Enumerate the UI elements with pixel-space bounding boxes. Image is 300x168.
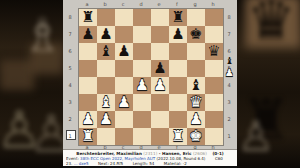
white-rook: ♜ xyxy=(169,128,187,145)
material-value: -2 xyxy=(183,161,187,166)
square-f6 xyxy=(169,43,187,60)
square-e1 xyxy=(151,128,169,145)
file-label: c xyxy=(114,1,132,7)
square-d8 xyxy=(133,9,151,26)
square-h8 xyxy=(205,9,223,26)
rank-label: 1 xyxy=(224,133,234,139)
square-b3: ♝ xyxy=(97,94,115,111)
square-b2: ♟ xyxy=(97,111,115,128)
square-d5 xyxy=(133,60,151,77)
white-pawn: ♟ xyxy=(151,77,169,94)
square-e4: ♟ xyxy=(151,77,169,94)
square-g8 xyxy=(187,9,205,26)
square-b4 xyxy=(97,77,115,94)
square-a1: ♜ xyxy=(79,128,97,145)
square-h2 xyxy=(205,111,223,128)
move-number: 23. xyxy=(66,161,72,166)
square-f3 xyxy=(169,94,187,111)
square-e3 xyxy=(151,94,169,111)
square-b8 xyxy=(97,9,115,26)
white-pawn: ♟ xyxy=(79,111,97,128)
square-h1 xyxy=(205,128,223,145)
length-value: 54 xyxy=(149,161,154,166)
next-move: 24.Rf5 xyxy=(110,161,123,166)
black-pawn: ♟ xyxy=(169,26,187,43)
square-a5 xyxy=(79,60,97,77)
white-pawn: ♟ xyxy=(115,94,133,111)
square-a6 xyxy=(79,43,97,60)
black-pawn: ♟ xyxy=(79,26,97,43)
square-c7 xyxy=(115,26,133,43)
square-c4 xyxy=(115,77,133,94)
last-move: ... dxe5 xyxy=(74,161,89,166)
file-label: a xyxy=(78,1,96,7)
white-bishop: ♝ xyxy=(97,94,115,111)
rank-label: 6 xyxy=(224,48,234,54)
file-label: b xyxy=(96,1,114,7)
square-f1: ♜ xyxy=(169,128,187,145)
square-b5 xyxy=(97,60,115,77)
square-c8 xyxy=(115,9,133,26)
square-b7: ♟ xyxy=(97,26,115,43)
square-b6: ♝ xyxy=(97,43,115,60)
white-king: ♚ xyxy=(187,128,205,145)
white-pawn: ♟ xyxy=(97,111,115,128)
blurred-queen-icon: ♛ xyxy=(247,0,295,48)
square-h3 xyxy=(205,94,223,111)
black-rook: ♜ xyxy=(169,9,187,26)
square-g5 xyxy=(187,60,205,77)
square-e8 xyxy=(151,9,169,26)
square-a8: ♜ xyxy=(79,9,97,26)
square-h6: ♛ xyxy=(205,43,223,60)
game-caption-bar: Berchtenbreiter, Maximilian (2311) - Han… xyxy=(63,149,237,166)
square-f5 xyxy=(169,60,187,77)
square-c5 xyxy=(115,60,133,77)
rank-label: 2 xyxy=(65,116,75,122)
blurred-pawn-icon: ♙ xyxy=(237,116,275,158)
file-label: d xyxy=(132,1,150,7)
blurred-pawn-icon: ♙ xyxy=(28,108,63,160)
square-d1 xyxy=(133,128,151,145)
square-g1: ♚ xyxy=(187,128,205,145)
black-bishop: ♝ xyxy=(187,77,205,94)
rank-label: 5 xyxy=(65,65,75,71)
rank-label: 4 xyxy=(224,82,234,88)
video-frame: ♗ ♙ ♙ ♛ ♜ ♙ abcdefgh 87654321 87654321 a… xyxy=(0,0,300,168)
square-e6 xyxy=(151,43,169,60)
square-a3 xyxy=(79,94,97,111)
rank-label: 6 xyxy=(65,48,75,54)
square-c1 xyxy=(115,128,133,145)
rank-label: 3 xyxy=(65,99,75,105)
rank-label: 7 xyxy=(224,31,234,37)
rank-label: 3 xyxy=(224,99,234,105)
square-c3: ♟ xyxy=(115,94,133,111)
file-labels-top: abcdefgh xyxy=(78,1,222,7)
square-d6 xyxy=(133,43,151,60)
file-label: f xyxy=(168,1,186,7)
black-pawn: ♟ xyxy=(115,43,133,60)
file-label: h xyxy=(204,1,222,7)
rank-labels-left: 87654321 xyxy=(65,8,75,144)
square-e7 xyxy=(151,26,169,43)
square-d7 xyxy=(133,26,151,43)
blurred-bishop-icon: ♗ xyxy=(22,12,63,58)
square-h5 xyxy=(205,60,223,77)
square-a4 xyxy=(79,77,97,94)
square-e2 xyxy=(151,111,169,128)
black-bishop: ♝ xyxy=(97,43,115,60)
white-rook: ♜ xyxy=(79,128,97,145)
white-queen: ♛ xyxy=(187,94,205,111)
blurred-board-square xyxy=(0,60,34,90)
square-f8: ♜ xyxy=(169,9,187,26)
square-g7: ♚ xyxy=(187,26,205,43)
square-h4 xyxy=(205,77,223,94)
material-white-pawn-icon: ♟ xyxy=(223,67,236,79)
material-difference-tray: ♝ ♟ xyxy=(223,55,236,81)
material-black-bishop-icon: ♝ xyxy=(223,55,236,67)
eco-code: C60 xyxy=(215,156,223,161)
square-a2: ♟ xyxy=(79,111,97,128)
background-blur-left: ♗ ♙ ♙ xyxy=(0,0,63,168)
chess-board: ♜♜♟♟♟♚♝♟♛♟♟♟♝♝♟♛♟♟♟♜♜♚ xyxy=(78,8,224,146)
square-f2 xyxy=(169,111,187,128)
file-label: e xyxy=(150,1,168,7)
black-queen: ♛ xyxy=(205,43,223,60)
square-c6: ♟ xyxy=(115,43,133,60)
square-e5: ♟ xyxy=(151,60,169,77)
white-pawn: ♟ xyxy=(133,77,151,94)
rank-label: 1 xyxy=(65,133,75,139)
square-h7 xyxy=(205,26,223,43)
background-blur-right: ♛ ♜ ♙ xyxy=(237,0,300,168)
rank-label: 4 xyxy=(65,82,75,88)
square-g4: ♝ xyxy=(187,77,205,94)
square-a7: ♟ xyxy=(79,26,97,43)
white-pawn: ♟ xyxy=(187,111,205,128)
square-b1 xyxy=(97,128,115,145)
black-pawn: ♟ xyxy=(151,60,169,77)
board-panel: abcdefgh 87654321 87654321 abcdefgh ♜♜♟♟… xyxy=(63,0,237,149)
black-rook: ♜ xyxy=(79,9,97,26)
black-pawn: ♟ xyxy=(97,26,115,43)
square-g6 xyxy=(187,43,205,60)
square-g2: ♟ xyxy=(187,111,205,128)
square-c2 xyxy=(115,111,133,128)
rank-label: 7 xyxy=(65,31,75,37)
rank-label: 8 xyxy=(65,14,75,20)
rank-label: 2 xyxy=(224,116,234,122)
square-d3 xyxy=(133,94,151,111)
chess-app-stage: abcdefgh 87654321 87654321 abcdefgh ♜♜♟♟… xyxy=(63,0,237,168)
file-label: g xyxy=(186,1,204,7)
next-label: Next: xyxy=(98,161,109,166)
black-king: ♚ xyxy=(187,26,205,43)
length-label: Length: xyxy=(133,161,148,166)
square-g3: ♛ xyxy=(187,94,205,111)
rank-label: 8 xyxy=(224,14,234,20)
material-label: Material: xyxy=(164,161,182,166)
square-d4: ♟ xyxy=(133,77,151,94)
square-f4 xyxy=(169,77,187,94)
status-line: 23. ... dxe5 Next: 24.Rf5 Length: 54 Mat… xyxy=(66,161,234,166)
square-f7: ♟ xyxy=(169,26,187,43)
square-d2 xyxy=(133,111,151,128)
